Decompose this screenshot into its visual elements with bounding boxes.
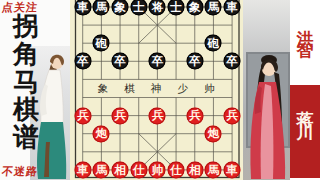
- player-name-bottom-block: 蒋川: [290, 85, 320, 178]
- follow-label-bottom: 不迷路: [1, 164, 39, 179]
- piece-red-chariot[interactable]: 車: [74, 161, 91, 178]
- piece-red-cannon[interactable]: 炮: [93, 125, 110, 142]
- river-watermark-char: 象: [97, 82, 108, 96]
- piece-black-soldier[interactable]: 卒: [112, 53, 129, 70]
- piece-red-advisor[interactable]: 仕: [168, 161, 185, 178]
- piece-red-horse[interactable]: 馬: [205, 161, 222, 178]
- xiangqi-board[interactable]: 象棋神少帅 車馬象士将士象馬車砲砲卒卒卒卒卒兵兵兵兵兵炮炮車馬相仕帅仕相馬車: [70, 0, 243, 180]
- video-thumbnail: 点关注 拐角马棋谱 不迷路 象棋神少帅 車馬象士将士象馬車砲砲卒卒卒卒卒兵兵兵兵…: [0, 0, 320, 180]
- piece-red-elephant[interactable]: 相: [112, 161, 129, 178]
- piece-black-cannon[interactable]: 砲: [93, 35, 110, 52]
- players-panel: 洪智 蒋川: [290, 0, 320, 180]
- title-char: 马: [5, 69, 47, 97]
- river-watermark-char: 帅: [204, 82, 215, 96]
- left-panel: 点关注 拐角马棋谱 不迷路: [0, 0, 70, 180]
- piece-red-soldier[interactable]: 兵: [149, 107, 166, 124]
- title-char: 角: [5, 41, 47, 69]
- piece-red-general[interactable]: 帅: [149, 161, 166, 178]
- piece-black-soldier[interactable]: 卒: [149, 53, 166, 70]
- piece-red-elephant[interactable]: 相: [186, 161, 203, 178]
- player-name-bottom: 蒋川: [294, 97, 317, 121]
- river-watermark-char: 神: [151, 82, 162, 96]
- video-title: 拐角马棋谱: [5, 13, 47, 152]
- piece-red-soldier[interactable]: 兵: [224, 107, 241, 124]
- river-watermark-char: 棋: [124, 82, 135, 96]
- title-char: 谱: [5, 124, 47, 152]
- right-character-illustration: [243, 52, 290, 180]
- river-watermark-char: 少: [178, 82, 189, 96]
- piece-red-chariot[interactable]: 車: [224, 161, 241, 178]
- piece-red-soldier[interactable]: 兵: [74, 107, 91, 124]
- piece-red-soldier[interactable]: 兵: [112, 107, 129, 124]
- player-name-top: 洪智: [294, 16, 317, 38]
- title-char: 棋: [5, 96, 47, 124]
- piece-black-soldier[interactable]: 卒: [224, 53, 241, 70]
- right-photo-strip: [243, 0, 290, 180]
- title-char: 拐: [5, 13, 47, 41]
- piece-red-advisor[interactable]: 仕: [130, 161, 147, 178]
- piece-red-cannon[interactable]: 炮: [205, 125, 222, 142]
- piece-red-horse[interactable]: 馬: [93, 161, 110, 178]
- piece-black-soldier[interactable]: 卒: [186, 53, 203, 70]
- piece-red-soldier[interactable]: 兵: [186, 107, 203, 124]
- piece-black-cannon[interactable]: 砲: [205, 35, 222, 52]
- piece-black-soldier[interactable]: 卒: [74, 53, 91, 70]
